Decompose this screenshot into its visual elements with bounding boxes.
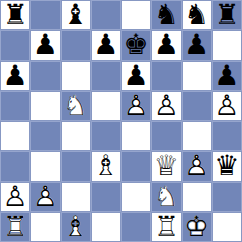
square-d6[interactable] (91, 61, 121, 91)
square-d5[interactable] (91, 91, 121, 121)
square-e5[interactable]: ♟♙ (121, 91, 151, 121)
black-knight[interactable]: ♞ (182, 0, 212, 30)
white-pawn-fill: ♟ (212, 91, 242, 121)
white-pawn[interactable]: ♙ (151, 91, 181, 121)
white-pawn-fill: ♟ (182, 151, 212, 181)
square-e7[interactable]: ♚ (121, 30, 151, 60)
white-king-fill: ♚ (182, 212, 212, 242)
square-h3[interactable]: ♛ (212, 151, 242, 181)
white-pawn[interactable]: ♙ (121, 91, 151, 121)
white-king[interactable]: ♔ (182, 212, 212, 242)
square-c2[interactable] (61, 182, 91, 212)
square-h8[interactable]: ♜ (212, 0, 242, 30)
square-e6[interactable]: ♟ (121, 61, 151, 91)
square-g7[interactable]: ♟ (182, 30, 212, 60)
black-knight[interactable]: ♞ (151, 0, 181, 30)
square-a5[interactable] (0, 91, 30, 121)
white-pawn-fill: ♟ (151, 91, 181, 121)
square-a1[interactable]: ♜♖ (0, 212, 30, 242)
square-g6[interactable] (182, 61, 212, 91)
white-pawn-fill: ♟ (30, 182, 60, 212)
square-a4[interactable] (0, 121, 30, 151)
white-bishop[interactable]: ♗ (61, 212, 91, 242)
white-rook-fill: ♜ (151, 212, 181, 242)
square-c1[interactable]: ♝♗ (61, 212, 91, 242)
square-d8[interactable] (91, 0, 121, 30)
white-bishop-fill: ♝ (91, 151, 121, 181)
black-pawn[interactable]: ♟ (91, 30, 121, 60)
square-f7[interactable]: ♟ (151, 30, 181, 60)
square-b8[interactable] (30, 0, 60, 30)
white-knight-fill: ♞ (151, 182, 181, 212)
square-e3[interactable] (121, 151, 151, 181)
square-c5[interactable]: ♞♘ (61, 91, 91, 121)
square-c4[interactable] (61, 121, 91, 151)
white-knight-fill: ♞ (61, 91, 91, 121)
square-d3[interactable]: ♝♗ (91, 151, 121, 181)
square-g4[interactable] (182, 121, 212, 151)
square-f8[interactable]: ♞ (151, 0, 181, 30)
square-e4[interactable] (121, 121, 151, 151)
square-f1[interactable]: ♜♖ (151, 212, 181, 242)
white-pawn[interactable]: ♙ (30, 182, 60, 212)
square-f6[interactable] (151, 61, 181, 91)
square-a2[interactable]: ♟♙ (0, 182, 30, 212)
black-pawn[interactable]: ♟ (151, 30, 181, 60)
square-b2[interactable]: ♟♙ (30, 182, 60, 212)
square-g2[interactable] (182, 182, 212, 212)
white-bishop[interactable]: ♗ (91, 151, 121, 181)
square-a3[interactable] (0, 151, 30, 181)
square-e2[interactable] (121, 182, 151, 212)
square-a7[interactable] (0, 30, 30, 60)
black-pawn[interactable]: ♟ (121, 61, 151, 91)
square-d2[interactable] (91, 182, 121, 212)
black-pawn[interactable]: ♟ (212, 61, 242, 91)
square-h7[interactable] (212, 30, 242, 60)
square-h2[interactable] (212, 182, 242, 212)
square-c3[interactable] (61, 151, 91, 181)
white-pawn-fill: ♟ (121, 91, 151, 121)
square-b6[interactable] (30, 61, 60, 91)
chess-board: ♜♝♞♞♜♟♟♚♟♟♟♟♟♞♘♟♙♟♙♟♙♝♗♛♕♟♙♛♟♙♟♙♞♘♜♖♝♗♜♖… (0, 0, 242, 242)
square-c8[interactable]: ♝ (61, 0, 91, 30)
square-g5[interactable] (182, 91, 212, 121)
black-queen[interactable]: ♛ (212, 151, 242, 181)
white-queen-fill: ♛ (151, 151, 181, 181)
black-pawn[interactable]: ♟ (30, 30, 60, 60)
black-rook[interactable]: ♜ (0, 0, 30, 30)
square-a6[interactable]: ♟ (0, 61, 30, 91)
white-bishop-fill: ♝ (61, 212, 91, 242)
black-bishop[interactable]: ♝ (61, 0, 91, 30)
square-b4[interactable] (30, 121, 60, 151)
black-king[interactable]: ♚ (121, 30, 151, 60)
square-e1[interactable] (121, 212, 151, 242)
square-f4[interactable] (151, 121, 181, 151)
square-h5[interactable]: ♟♙ (212, 91, 242, 121)
square-f2[interactable]: ♞♘ (151, 182, 181, 212)
white-knight[interactable]: ♘ (61, 91, 91, 121)
white-rook[interactable]: ♖ (0, 212, 30, 242)
white-knight[interactable]: ♘ (151, 182, 181, 212)
square-e8[interactable] (121, 0, 151, 30)
square-h1[interactable] (212, 212, 242, 242)
white-queen[interactable]: ♕ (151, 151, 181, 181)
square-b7[interactable]: ♟ (30, 30, 60, 60)
square-b1[interactable] (30, 212, 60, 242)
black-rook[interactable]: ♜ (212, 0, 242, 30)
black-pawn[interactable]: ♟ (0, 61, 30, 91)
square-f5[interactable]: ♟♙ (151, 91, 181, 121)
square-g1[interactable]: ♚♔ (182, 212, 212, 242)
square-b3[interactable] (30, 151, 60, 181)
square-a8[interactable]: ♜ (0, 0, 30, 30)
square-c7[interactable] (61, 30, 91, 60)
white-pawn[interactable]: ♙ (212, 91, 242, 121)
black-pawn[interactable]: ♟ (182, 30, 212, 60)
square-h6[interactable]: ♟ (212, 61, 242, 91)
white-pawn[interactable]: ♙ (182, 151, 212, 181)
square-d4[interactable] (91, 121, 121, 151)
square-g3[interactable]: ♟♙ (182, 151, 212, 181)
white-pawn[interactable]: ♙ (0, 182, 30, 212)
square-f3[interactable]: ♛♕ (151, 151, 181, 181)
square-h4[interactable] (212, 121, 242, 151)
white-pawn-fill: ♟ (0, 182, 30, 212)
square-g8[interactable]: ♞ (182, 0, 212, 30)
white-rook[interactable]: ♖ (151, 212, 181, 242)
square-d7[interactable]: ♟ (91, 30, 121, 60)
square-c6[interactable] (61, 61, 91, 91)
square-b5[interactable] (30, 91, 60, 121)
white-rook-fill: ♜ (0, 212, 30, 242)
square-d1[interactable] (91, 212, 121, 242)
